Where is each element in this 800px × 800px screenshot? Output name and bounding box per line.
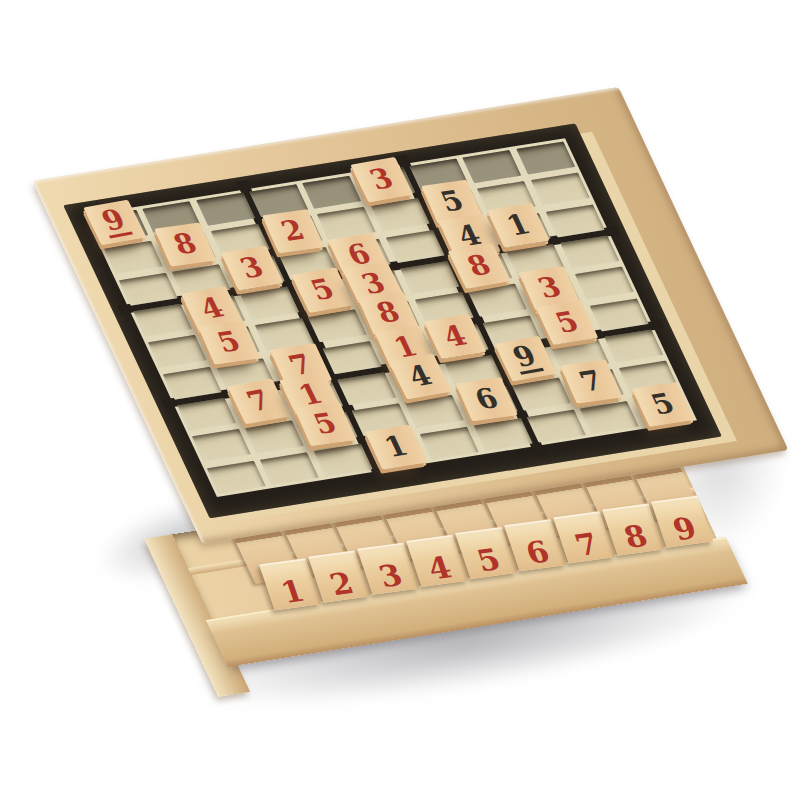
board-cell-r5c9[interactable] — [575, 267, 634, 300]
tile-digit: 4 — [404, 362, 436, 392]
drawer-tile-digit: 2 — [326, 569, 357, 601]
board-cell-r9c2[interactable] — [260, 452, 319, 485]
tile-digit: 8 — [170, 230, 201, 259]
number-tile-1[interactable]: 1 — [487, 203, 550, 248]
tile-digit: 2 — [278, 217, 309, 246]
board-cell-r9c8[interactable] — [580, 401, 639, 434]
board-cell-r1c8[interactable] — [463, 150, 522, 183]
tile-digit: 8 — [463, 251, 495, 281]
board-cell-r2c9[interactable] — [531, 173, 590, 206]
tile-digit: 5 — [214, 328, 245, 357]
tile-digit: 5 — [551, 308, 583, 337]
tile-digit: 8 — [373, 299, 404, 328]
tile-digit: 5 — [437, 187, 468, 216]
board-cell-r9c1[interactable] — [207, 460, 266, 493]
tile-digit: 9 — [96, 206, 133, 239]
tile-digit: 7 — [576, 367, 607, 396]
board-cell-r5c4[interactable] — [308, 310, 367, 343]
tile-digit: 5 — [309, 410, 340, 439]
drawer-tile-digit: 7 — [571, 530, 602, 562]
number-tile-8[interactable]: 8 — [155, 223, 217, 267]
drawer-tile-digit: 9 — [669, 514, 700, 546]
tile-digit: 1 — [380, 432, 412, 461]
tile-digit: 6 — [471, 385, 502, 414]
board-cell-r8c7[interactable] — [512, 378, 571, 411]
drawer-tile-digit: 6 — [522, 537, 553, 569]
drawer-tile-digit: 8 — [620, 522, 651, 554]
board-cell-r8c5[interactable] — [405, 395, 464, 428]
board-cell-r9c5[interactable] — [420, 426, 479, 459]
product-photo-scene: 123456789 93825364145385837145714956715 — [0, 0, 800, 800]
board-cell-r1c9[interactable] — [516, 142, 575, 175]
tile-digit: 5 — [647, 389, 679, 418]
tile-digit: 7 — [243, 386, 275, 416]
tile-digit: 1 — [503, 210, 535, 239]
tile-digit: 4 — [196, 294, 228, 324]
number-tile-7[interactable]: 7 — [561, 360, 623, 404]
tile-digit: 3 — [365, 165, 397, 195]
tile-digit: 3 — [535, 274, 566, 303]
number-tile-5[interactable]: 5 — [198, 321, 260, 365]
drawer-tile-digit: 4 — [424, 553, 455, 585]
tile-digit: 4 — [439, 322, 471, 351]
board-cell-r5c1[interactable] — [148, 335, 207, 368]
drawer-tile-digit: 3 — [375, 561, 406, 593]
board-cell-r8c2[interactable] — [245, 421, 304, 454]
board-cell-r8c1[interactable] — [192, 429, 251, 462]
drawer-tile-digit: 5 — [473, 545, 504, 577]
tile-digit: 5 — [307, 275, 339, 305]
board-cell-r2c1[interactable] — [104, 241, 163, 274]
tile-digit: 9 — [507, 342, 544, 375]
drawer-tile-digit: 1 — [277, 577, 308, 609]
tile-digit: 3 — [236, 253, 268, 282]
board-cell-r1c5[interactable] — [303, 176, 362, 209]
board-cell-r9c7[interactable] — [527, 409, 586, 442]
board-cell-r5c7[interactable] — [468, 284, 527, 317]
